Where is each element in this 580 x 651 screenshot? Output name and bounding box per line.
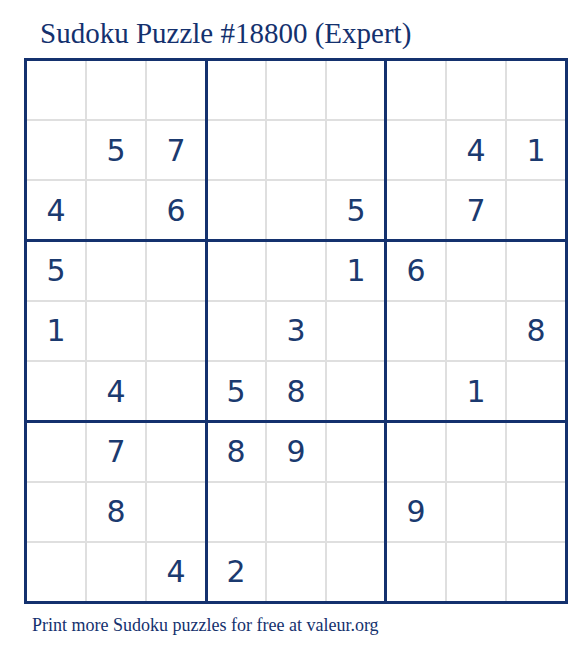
cell-r9c8 bbox=[447, 543, 505, 601]
cell-r6c8: 1 bbox=[447, 362, 505, 420]
cell-r7c4: 8 bbox=[207, 422, 265, 480]
cell-r9c5 bbox=[267, 543, 325, 601]
cell-r3c7 bbox=[387, 181, 445, 239]
cell-r5c1: 1 bbox=[27, 302, 85, 360]
cell-r5c9: 8 bbox=[507, 302, 565, 360]
footer-promo-text: Print more Sudoku puzzles for free at va… bbox=[32, 613, 379, 637]
box-border-horizontal-2 bbox=[27, 420, 565, 423]
cell-r3c4 bbox=[207, 181, 265, 239]
cell-r7c1 bbox=[27, 422, 85, 480]
cell-r2c9: 1 bbox=[507, 121, 565, 179]
box-border-vertical-1 bbox=[205, 61, 208, 601]
cell-r4c1: 5 bbox=[27, 242, 85, 300]
cell-r2c7 bbox=[387, 121, 445, 179]
cell-r8c4 bbox=[207, 483, 265, 541]
cell-r2c3: 7 bbox=[147, 121, 205, 179]
cell-r2c2: 5 bbox=[87, 121, 145, 179]
cell-r2c5 bbox=[267, 121, 325, 179]
box-border-vertical-2 bbox=[384, 61, 387, 601]
cell-r8c2: 8 bbox=[87, 483, 145, 541]
cell-r3c8: 7 bbox=[447, 181, 505, 239]
cell-r5c2 bbox=[87, 302, 145, 360]
cell-r8c8 bbox=[447, 483, 505, 541]
cell-r6c9 bbox=[507, 362, 565, 420]
cell-r6c2: 4 bbox=[87, 362, 145, 420]
cell-r3c9 bbox=[507, 181, 565, 239]
page-title: Sudoku Puzzle #18800 (Expert) bbox=[40, 16, 411, 50]
cell-r7c9 bbox=[507, 422, 565, 480]
cell-r1c6 bbox=[327, 61, 385, 119]
cell-r1c1 bbox=[27, 61, 85, 119]
cell-r4c6: 1 bbox=[327, 242, 385, 300]
cell-r8c7: 9 bbox=[387, 483, 445, 541]
cell-r6c7 bbox=[387, 362, 445, 420]
cell-r1c5 bbox=[267, 61, 325, 119]
cell-r1c3 bbox=[147, 61, 205, 119]
cell-r8c1 bbox=[27, 483, 85, 541]
cell-r1c4 bbox=[207, 61, 265, 119]
cell-r1c7 bbox=[387, 61, 445, 119]
box-border-horizontal-1 bbox=[27, 239, 565, 242]
cell-r9c2 bbox=[87, 543, 145, 601]
cell-r6c6 bbox=[327, 362, 385, 420]
cell-r6c4: 5 bbox=[207, 362, 265, 420]
cell-r8c5 bbox=[267, 483, 325, 541]
cell-r7c8 bbox=[447, 422, 505, 480]
cell-r3c3: 6 bbox=[147, 181, 205, 239]
cell-r6c3 bbox=[147, 362, 205, 420]
cell-r1c9 bbox=[507, 61, 565, 119]
cell-r4c2 bbox=[87, 242, 145, 300]
cell-r2c4 bbox=[207, 121, 265, 179]
cell-r5c7 bbox=[387, 302, 445, 360]
cell-r4c8 bbox=[447, 242, 505, 300]
cell-r4c3 bbox=[147, 242, 205, 300]
cell-r2c8: 4 bbox=[447, 121, 505, 179]
cell-r2c1 bbox=[27, 121, 85, 179]
cell-r7c3 bbox=[147, 422, 205, 480]
cell-r8c3 bbox=[147, 483, 205, 541]
cell-r7c2: 7 bbox=[87, 422, 145, 480]
cell-r8c9 bbox=[507, 483, 565, 541]
cell-r3c2 bbox=[87, 181, 145, 239]
cell-r4c7: 6 bbox=[387, 242, 445, 300]
cell-r6c5: 8 bbox=[267, 362, 325, 420]
cell-r1c2 bbox=[87, 61, 145, 119]
cell-r5c3 bbox=[147, 302, 205, 360]
cell-r9c3: 4 bbox=[147, 543, 205, 601]
cell-r9c4: 2 bbox=[207, 543, 265, 601]
cell-r7c5: 9 bbox=[267, 422, 325, 480]
cell-r8c6 bbox=[327, 483, 385, 541]
cell-r7c7 bbox=[387, 422, 445, 480]
sudoku-board: 5741465751613845817898942 bbox=[24, 58, 568, 604]
cell-r3c6: 5 bbox=[327, 181, 385, 239]
cell-r5c6 bbox=[327, 302, 385, 360]
cell-r9c7 bbox=[387, 543, 445, 601]
cell-r3c5 bbox=[267, 181, 325, 239]
sudoku-print-page: Sudoku Puzzle #18800 (Expert) 5741465751… bbox=[0, 0, 580, 651]
cell-r9c1 bbox=[27, 543, 85, 601]
cell-r5c8 bbox=[447, 302, 505, 360]
cell-r9c6 bbox=[327, 543, 385, 601]
cell-r9c9 bbox=[507, 543, 565, 601]
cell-r1c8 bbox=[447, 61, 505, 119]
cell-r3c1: 4 bbox=[27, 181, 85, 239]
cell-r2c6 bbox=[327, 121, 385, 179]
cell-r6c1 bbox=[27, 362, 85, 420]
cell-r4c4 bbox=[207, 242, 265, 300]
cell-r7c6 bbox=[327, 422, 385, 480]
cell-r4c5 bbox=[267, 242, 325, 300]
cell-r4c9 bbox=[507, 242, 565, 300]
cell-r5c5: 3 bbox=[267, 302, 325, 360]
cell-r5c4 bbox=[207, 302, 265, 360]
